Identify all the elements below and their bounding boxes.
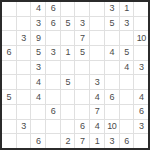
grid-cell-given[interactable]: 3 — [46, 46, 60, 60]
grid-cell-empty[interactable] — [17, 105, 31, 119]
grid-cell-empty[interactable] — [134, 2, 148, 16]
grid-cell-empty[interactable] — [17, 90, 31, 104]
grid-cell-empty[interactable] — [90, 61, 104, 75]
grid-cell-given[interactable]: 3 — [31, 17, 45, 31]
grid-cell-empty[interactable] — [46, 134, 60, 148]
grid-cell-empty[interactable] — [75, 75, 89, 89]
grid-cell-given[interactable]: 1 — [120, 2, 134, 16]
grid-cell-given[interactable]: 6 — [134, 105, 148, 119]
grid-cell-given[interactable]: 10 — [134, 31, 148, 45]
grid-cell-given[interactable]: 6 — [46, 2, 60, 16]
grid-cell-empty[interactable] — [2, 134, 16, 148]
grid-cell-empty[interactable] — [17, 2, 31, 16]
grid-cell-empty[interactable] — [120, 120, 134, 134]
grid-cell-given[interactable]: 4 — [134, 90, 148, 104]
grid-cell-empty[interactable] — [134, 46, 148, 60]
grid-cell-empty[interactable] — [2, 105, 16, 119]
grid-cell-empty[interactable] — [120, 105, 134, 119]
grid-cell-given[interactable]: 3 — [90, 75, 104, 89]
grid-cell-empty[interactable] — [75, 105, 89, 119]
grid-cell-empty[interactable] — [134, 17, 148, 31]
grid-cell-given[interactable]: 7 — [75, 31, 89, 45]
grid-cell-given[interactable]: 3 — [105, 2, 119, 16]
grid-cell-given[interactable]: 5 — [2, 90, 16, 104]
grid-cell-empty[interactable] — [90, 31, 104, 45]
grid-cell-empty[interactable] — [105, 105, 119, 119]
grid-cell-empty[interactable] — [120, 31, 134, 45]
grid-cell-empty[interactable] — [61, 105, 75, 119]
grid-cell-empty[interactable] — [61, 2, 75, 16]
grid-cell-given[interactable]: 1 — [90, 134, 104, 148]
grid-cell-empty[interactable] — [61, 120, 75, 134]
grid-cell-empty[interactable] — [120, 75, 134, 89]
grid-cell-empty[interactable] — [2, 61, 16, 75]
grid-cell-empty[interactable] — [17, 134, 31, 148]
grid-cell-empty[interactable] — [61, 61, 75, 75]
puzzle-board: 4631365353397106531545343453544646763641… — [0, 0, 150, 150]
grid-cell-given[interactable]: 5 — [31, 46, 45, 60]
grid-cell-given[interactable]: 3 — [134, 120, 148, 134]
grid-cell-empty[interactable] — [105, 75, 119, 89]
grid-cell-empty[interactable] — [105, 31, 119, 45]
grid-cell-given[interactable]: 7 — [75, 134, 89, 148]
grid-cell-empty[interactable] — [46, 120, 60, 134]
grid-cell-given[interactable]: 5 — [75, 46, 89, 60]
grid-cell-empty[interactable] — [120, 90, 134, 104]
grid-cell-empty[interactable] — [134, 134, 148, 148]
grid-cell-given[interactable]: 4 — [31, 75, 45, 89]
grid-cell-empty[interactable] — [75, 2, 89, 16]
grid-cell-given[interactable]: 3 — [120, 17, 134, 31]
grid-cell-empty[interactable] — [61, 31, 75, 45]
grid-cell-empty[interactable] — [105, 61, 119, 75]
grid-cell-given[interactable]: 7 — [90, 105, 104, 119]
grid-cell-given[interactable]: 3 — [105, 134, 119, 148]
grid-cell-empty[interactable] — [2, 17, 16, 31]
grid-cell-given[interactable]: 3 — [31, 61, 45, 75]
grid-cell-given[interactable]: 3 — [134, 61, 148, 75]
grid-cell-given[interactable]: 6 — [120, 134, 134, 148]
grid-cell-given[interactable]: 3 — [75, 17, 89, 31]
grid-cell-empty[interactable] — [31, 105, 45, 119]
grid-cell-empty[interactable] — [134, 75, 148, 89]
grid-cell-given[interactable]: 3 — [17, 31, 31, 45]
grid-cell-empty[interactable] — [61, 90, 75, 104]
grid-cell-given[interactable]: 4 — [105, 46, 119, 60]
grid-cell-empty[interactable] — [46, 61, 60, 75]
grid-cell-given[interactable]: 4 — [31, 2, 45, 16]
grid-cell-given[interactable]: 4 — [31, 90, 45, 104]
grid-cell-given[interactable]: 5 — [120, 46, 134, 60]
grid-cell-empty[interactable] — [31, 120, 45, 134]
grid-cell-given[interactable]: 4 — [120, 61, 134, 75]
grid-cell-given[interactable]: 6 — [46, 17, 60, 31]
grid-cell-given[interactable]: 3 — [17, 120, 31, 134]
grid-cell-given[interactable]: 5 — [61, 17, 75, 31]
grid-cell-empty[interactable] — [46, 31, 60, 45]
grid-cell-empty[interactable] — [46, 75, 60, 89]
grid-cell-given[interactable]: 6 — [46, 105, 60, 119]
grid-cell-given[interactable]: 6 — [2, 46, 16, 60]
grid-cell-empty[interactable] — [2, 75, 16, 89]
grid-cell-empty[interactable] — [2, 2, 16, 16]
grid-cell-given[interactable]: 6 — [31, 134, 45, 148]
grid-cell-empty[interactable] — [2, 120, 16, 134]
grid-cell-given[interactable]: 10 — [105, 120, 119, 134]
grid-cell-empty[interactable] — [17, 17, 31, 31]
grid-cell-given[interactable]: 6 — [105, 90, 119, 104]
grid-cell-empty[interactable] — [90, 17, 104, 31]
grid-cell-given[interactable]: 4 — [90, 120, 104, 134]
grid-cell-empty[interactable] — [46, 90, 60, 104]
grid-cell-given[interactable]: 6 — [75, 120, 89, 134]
grid-cell-empty[interactable] — [17, 75, 31, 89]
grid-cell-empty[interactable] — [90, 2, 104, 16]
grid-cell-empty[interactable] — [75, 61, 89, 75]
grid-cell-given[interactable]: 5 — [61, 75, 75, 89]
grid-cell-given[interactable]: 9 — [31, 31, 45, 45]
grid-cell-empty[interactable] — [75, 90, 89, 104]
grid-cell-given[interactable]: 5 — [105, 17, 119, 31]
grid-cell-given[interactable]: 2 — [61, 134, 75, 148]
grid-cell-given[interactable]: 1 — [61, 46, 75, 60]
grid-cell-empty[interactable] — [2, 31, 16, 45]
grid-cell-empty[interactable] — [90, 46, 104, 60]
grid-cell-empty[interactable] — [17, 61, 31, 75]
grid-cell-given[interactable]: 4 — [90, 90, 104, 104]
grid-cell-empty[interactable] — [17, 46, 31, 60]
